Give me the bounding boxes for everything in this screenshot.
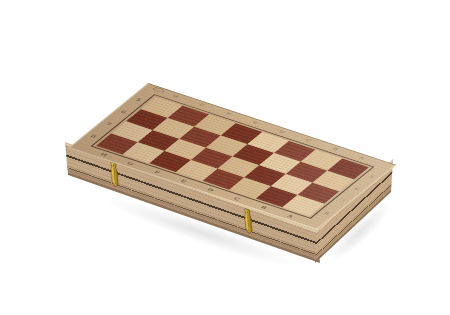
chess-box-photo: HGFEDCBAHGFEDCBA56785678 [0, 0, 450, 315]
brass-clasp-icon [242, 207, 254, 237]
brass-clasp-icon [242, 207, 254, 237]
